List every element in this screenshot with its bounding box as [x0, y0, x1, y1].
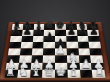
square-d8[interactable]: ♛ [44, 24, 55, 30]
square-a1[interactable]: ♜ [4, 70, 18, 78]
square-c1[interactable]: ♝ [30, 70, 43, 78]
piece-white-king-e1[interactable]: ♚ [56, 66, 67, 78]
square-f7[interactable]: ♟ [66, 30, 77, 36]
square-a7[interactable]: ♟ [11, 30, 23, 36]
piece-white-pawn-g2[interactable]: ♟ [81, 58, 91, 70]
square-c4[interactable] [31, 48, 43, 55]
piece-black-pawn-d6[interactable]: ♟ [45, 31, 55, 42]
board-frame: ♜♞♝♛♚♝♞♜♟♟♟♟♟♟♟♟♟♞♟♟♟♟♟♟♟♜♞♝♛♚♝♜ [0, 22, 110, 81]
piece-white-queen-d1[interactable]: ♛ [43, 66, 54, 78]
square-d4[interactable] [43, 48, 55, 55]
piece-white-bishop-f1[interactable]: ♝ [69, 66, 80, 78]
square-b1[interactable]: ♞ [17, 70, 30, 78]
piece-black-pawn-f7[interactable]: ♟ [67, 25, 76, 35]
square-d6[interactable]: ♟ [44, 36, 55, 42]
square-b4[interactable] [20, 48, 32, 55]
piece-black-king-e8[interactable]: ♚ [56, 20, 65, 30]
square-f1[interactable]: ♝ [67, 70, 80, 78]
square-b7[interactable]: ♟ [22, 30, 33, 36]
square-g7[interactable]: ♟ [77, 30, 88, 36]
square-g1[interactable] [80, 70, 93, 78]
piece-black-pawn-b7[interactable]: ♟ [23, 25, 32, 35]
piece-black-queen-d8[interactable]: ♛ [45, 20, 54, 30]
square-h7[interactable]: ♟ [87, 30, 99, 36]
square-e4[interactable]: ♟ [55, 48, 67, 55]
piece-white-rook-h1[interactable]: ♜ [94, 66, 105, 78]
piece-white-bishop-c1[interactable]: ♝ [31, 66, 42, 78]
piece-black-pawn-g7[interactable]: ♟ [78, 25, 87, 35]
piece-black-pawn-h7[interactable]: ♟ [89, 25, 98, 35]
square-e8[interactable]: ♚ [55, 24, 66, 30]
square-d1[interactable]: ♛ [42, 70, 55, 78]
piece-white-rook-a1[interactable]: ♜ [5, 66, 16, 78]
square-g4[interactable] [78, 48, 90, 55]
square-c7[interactable]: ♟ [33, 30, 44, 36]
square-e3[interactable] [55, 55, 67, 62]
square-h4[interactable] [90, 48, 103, 55]
piece-black-pawn-c7[interactable]: ♟ [34, 25, 43, 35]
chess-board[interactable]: ♜♞♝♛♚♝♞♜♟♟♟♟♟♟♟♟♟♞♟♟♟♟♟♟♟♜♞♝♛♚♝♜ [4, 24, 105, 78]
square-a4[interactable] [8, 48, 21, 55]
piece-white-pawn-e4[interactable]: ♟ [56, 44, 66, 55]
square-h1[interactable]: ♜ [92, 70, 106, 78]
square-g2[interactable]: ♟ [79, 62, 92, 69]
piece-black-pawn-a7[interactable]: ♟ [12, 25, 21, 35]
board-perspective-wrapper: ♜♞♝♛♚♝♞♜♟♟♟♟♟♟♟♟♟♞♟♟♟♟♟♟♟♜♞♝♛♚♝♜ [0, 22, 110, 81]
piece-white-knight-b1[interactable]: ♞ [18, 66, 29, 78]
square-e1[interactable]: ♚ [55, 70, 68, 78]
chess-app-scene: ♜♞♝♛♚♝♞♜♟♟♟♟♟♟♟♟♟♞♟♟♟♟♟♟♟♜♞♝♛♚♝♜ [0, 0, 110, 82]
